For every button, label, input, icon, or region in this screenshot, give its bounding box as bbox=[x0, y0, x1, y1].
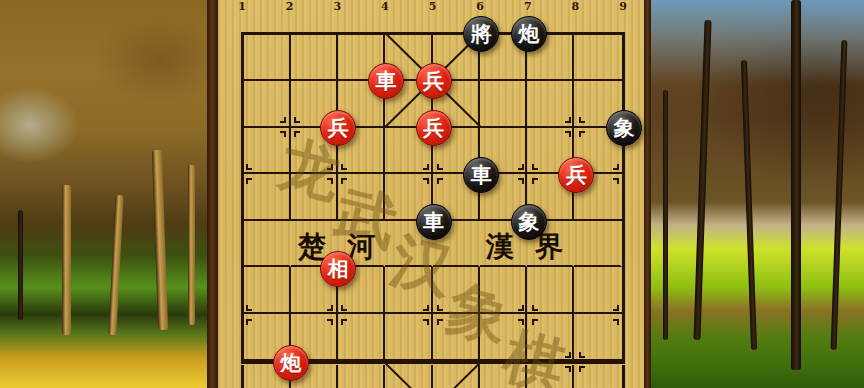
board-cell bbox=[574, 35, 621, 82]
column-label: 1 bbox=[235, 0, 249, 13]
point-marker bbox=[613, 319, 619, 325]
point-marker bbox=[341, 305, 347, 311]
point-marker bbox=[280, 117, 286, 123]
point-marker bbox=[423, 178, 429, 184]
black-elephant-piece[interactable]: 象 bbox=[606, 110, 642, 146]
column-label: 8 bbox=[568, 0, 582, 13]
board-cell bbox=[244, 221, 291, 268]
point-marker bbox=[246, 164, 252, 170]
board-frame-right bbox=[644, 0, 651, 388]
point-marker bbox=[532, 178, 538, 184]
red-cannon-piece[interactable]: 炮 bbox=[273, 345, 309, 381]
column-label: 9 bbox=[616, 0, 630, 13]
point-marker bbox=[613, 178, 619, 184]
point-marker bbox=[518, 164, 524, 170]
column-label: 3 bbox=[330, 0, 344, 13]
point-marker bbox=[579, 117, 585, 123]
point-marker bbox=[565, 366, 571, 372]
xiangqi-board: 123456789 楚河 漢界 龙武汉象棋 將炮車兵兵兵象車兵車象相炮 bbox=[218, 0, 644, 388]
column-label: 4 bbox=[378, 0, 392, 13]
board-cell bbox=[244, 35, 291, 82]
tree-trunk bbox=[831, 40, 848, 350]
point-marker bbox=[565, 131, 571, 137]
point-marker bbox=[327, 319, 333, 325]
point-marker bbox=[423, 164, 429, 170]
red-soldier-piece[interactable]: 兵 bbox=[416, 63, 452, 99]
point-marker bbox=[423, 319, 429, 325]
column-label: 5 bbox=[426, 0, 440, 13]
point-marker bbox=[613, 164, 619, 170]
black-elephant-piece[interactable]: 象 bbox=[511, 204, 547, 240]
point-marker bbox=[532, 305, 538, 311]
background-photo-right bbox=[651, 0, 864, 388]
point-marker bbox=[613, 305, 619, 311]
tree-trunk bbox=[663, 90, 668, 340]
point-marker bbox=[327, 305, 333, 311]
point-marker bbox=[246, 319, 252, 325]
board-frame-left bbox=[207, 0, 218, 388]
column-label: 2 bbox=[283, 0, 297, 13]
point-marker bbox=[532, 164, 538, 170]
tree-trunk bbox=[693, 20, 711, 340]
column-label: 6 bbox=[473, 0, 487, 13]
tree-trunk bbox=[188, 165, 195, 325]
point-marker bbox=[294, 117, 300, 123]
black-chariot-piece[interactable]: 車 bbox=[416, 204, 452, 240]
red-chariot-piece[interactable]: 車 bbox=[368, 63, 404, 99]
point-marker bbox=[437, 319, 443, 325]
black-general-piece[interactable]: 將 bbox=[463, 16, 499, 52]
screenshot-frame: 123456789 楚河 漢界 龙武汉象棋 將炮車兵兵兵象車兵車象相炮 bbox=[0, 0, 864, 388]
point-marker bbox=[341, 319, 347, 325]
tree-trunk bbox=[108, 195, 123, 335]
point-marker bbox=[246, 305, 252, 311]
board-cell bbox=[480, 81, 527, 128]
point-marker bbox=[437, 164, 443, 170]
red-soldier-piece[interactable]: 兵 bbox=[320, 110, 356, 146]
red-soldier-piece[interactable]: 兵 bbox=[416, 110, 452, 146]
background-photo-left bbox=[0, 0, 207, 388]
tree-trunk bbox=[152, 150, 168, 330]
tree-trunk bbox=[791, 0, 801, 370]
black-cannon-piece[interactable]: 炮 bbox=[511, 16, 547, 52]
point-marker bbox=[280, 131, 286, 137]
point-marker bbox=[518, 305, 524, 311]
point-marker bbox=[437, 178, 443, 184]
point-marker bbox=[246, 178, 252, 184]
point-marker bbox=[579, 366, 585, 372]
point-marker bbox=[579, 352, 585, 358]
tree-trunk bbox=[18, 210, 23, 320]
board-cell bbox=[338, 365, 385, 388]
board-cell bbox=[291, 35, 338, 82]
tree-trunk bbox=[741, 60, 757, 350]
tree-trunk bbox=[62, 185, 71, 335]
red-elephant-piece[interactable]: 相 bbox=[320, 251, 356, 287]
point-marker bbox=[518, 178, 524, 184]
column-label: 7 bbox=[521, 0, 535, 13]
black-chariot-piece[interactable]: 車 bbox=[463, 157, 499, 193]
point-marker bbox=[565, 117, 571, 123]
point-marker bbox=[579, 131, 585, 137]
